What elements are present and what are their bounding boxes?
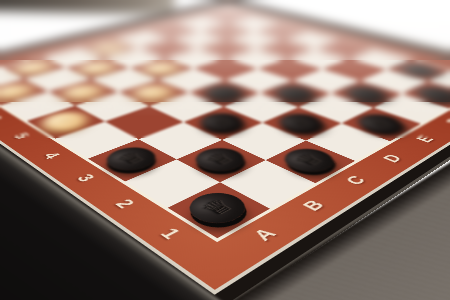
crown-emblem-icon: ♕ — [279, 87, 309, 98]
crown-emblem-icon: ♕ — [68, 86, 97, 97]
checkers-photo-scene: ♕♕♕♕♕♕♕♕♕♕♕♕♕♕♕♕♕♕♕♕ 12345678ABCDEFGH — [0, 0, 450, 300]
crown-emblem-icon: ♕ — [363, 116, 397, 130]
crown-emblem-icon: ♕ — [0, 86, 27, 97]
crown-emblem-icon: ♕ — [49, 114, 81, 128]
crown-emblem-icon: ♕ — [209, 87, 239, 98]
crown-emblem-icon: ♕ — [20, 63, 46, 72]
background-case-sliver — [0, 0, 175, 15]
crown-emblem-icon: ♕ — [113, 150, 150, 168]
crown-emblem-icon: ♕ — [284, 116, 317, 130]
crown-emblem-icon: ♕ — [290, 151, 328, 169]
crown-emblem-icon: ♕ — [84, 63, 110, 72]
crown-emblem-icon: ♕ — [138, 86, 167, 97]
crown-emblem-icon: ♕ — [147, 63, 174, 72]
crown-emblem-icon: ♕ — [350, 88, 380, 99]
crown-emblem-icon: ♕ — [205, 115, 238, 129]
crown-emblem-icon: ♕ — [97, 44, 121, 52]
crown-emblem-icon: ♕ — [404, 65, 431, 74]
crown-emblem-icon: ♕ — [201, 151, 238, 169]
crown-emblem-icon: ♕ — [196, 196, 239, 219]
crown-emblem-icon: ♕ — [421, 88, 450, 99]
